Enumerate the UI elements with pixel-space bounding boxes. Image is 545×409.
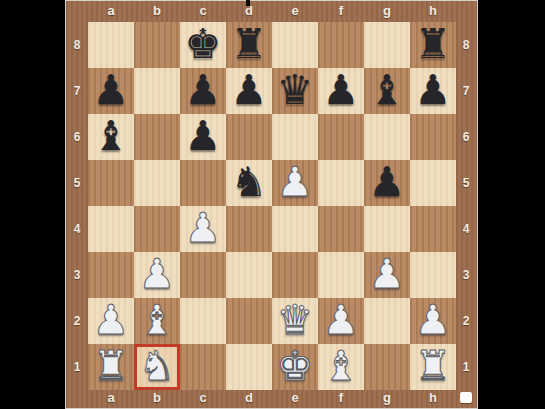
rank-labels-right: 87654321	[455, 22, 477, 390]
rank-label-left-5: 5	[66, 160, 88, 206]
square-d4[interactable]	[226, 206, 272, 252]
rank-label-left-4: 4	[66, 206, 88, 252]
square-d5[interactable]: ♞	[226, 160, 272, 206]
square-g5[interactable]: ♟	[364, 160, 410, 206]
white-pawn[interactable]: ♟	[323, 297, 360, 343]
square-a6[interactable]: ♝	[88, 114, 134, 160]
square-a4[interactable]	[88, 206, 134, 252]
square-f7[interactable]: ♟	[318, 68, 364, 114]
square-h3[interactable]	[410, 252, 456, 298]
square-h5[interactable]	[410, 160, 456, 206]
square-f5[interactable]	[318, 160, 364, 206]
square-a1[interactable]: ♜	[88, 344, 134, 390]
black-pawn[interactable]: ♟	[93, 67, 130, 113]
square-h7[interactable]: ♟	[410, 68, 456, 114]
white-knight[interactable]: ♞	[139, 343, 176, 389]
file-label-top-h: h	[410, 1, 456, 21]
black-bishop[interactable]: ♝	[369, 67, 406, 113]
file-label-bottom-h: h	[410, 388, 456, 408]
rank-label-right-5: 5	[455, 160, 477, 206]
square-f4[interactable]	[318, 206, 364, 252]
square-e4[interactable]	[272, 206, 318, 252]
file-label-bottom-g: g	[364, 388, 410, 408]
black-pawn[interactable]: ♟	[231, 67, 268, 113]
white-pawn[interactable]: ♟	[185, 205, 222, 251]
file-labels-top: abcdefgh	[88, 1, 456, 21]
top-tick-mark	[246, 0, 250, 6]
square-g7[interactable]: ♝	[364, 68, 410, 114]
square-e1[interactable]: ♚	[272, 344, 318, 390]
square-g3[interactable]: ♟	[364, 252, 410, 298]
square-a5[interactable]	[88, 160, 134, 206]
square-g1[interactable]	[364, 344, 410, 390]
black-pawn[interactable]: ♟	[185, 113, 222, 159]
board-marker-icon[interactable]	[460, 392, 472, 403]
white-bishop[interactable]: ♝	[139, 297, 176, 343]
rank-label-left-7: 7	[66, 68, 88, 114]
square-d2[interactable]	[226, 298, 272, 344]
square-d1[interactable]	[226, 344, 272, 390]
square-e7[interactable]: ♛	[272, 68, 318, 114]
square-b2[interactable]: ♝	[134, 298, 180, 344]
white-pawn[interactable]: ♟	[93, 297, 130, 343]
square-b3[interactable]: ♟	[134, 252, 180, 298]
square-c5[interactable]	[180, 160, 226, 206]
square-a8[interactable]	[88, 22, 134, 68]
square-c8[interactable]: ♚	[180, 22, 226, 68]
white-king[interactable]: ♚	[277, 343, 314, 389]
square-c2[interactable]	[180, 298, 226, 344]
white-queen[interactable]: ♛	[277, 297, 314, 343]
black-knight[interactable]: ♞	[231, 159, 268, 205]
rank-label-right-6: 6	[455, 114, 477, 160]
square-f1[interactable]: ♝	[318, 344, 364, 390]
white-pawn[interactable]: ♟	[415, 297, 452, 343]
file-label-top-c: c	[180, 1, 226, 21]
black-pawn[interactable]: ♟	[185, 67, 222, 113]
square-c1[interactable]	[180, 344, 226, 390]
square-b1[interactable]: ♞	[134, 344, 180, 390]
square-g4[interactable]	[364, 206, 410, 252]
square-h6[interactable]	[410, 114, 456, 160]
file-label-bottom-a: a	[88, 388, 134, 408]
square-b5[interactable]	[134, 160, 180, 206]
black-pawn[interactable]: ♟	[415, 67, 452, 113]
file-labels-bottom: abcdefgh	[88, 388, 456, 408]
square-e8[interactable]	[272, 22, 318, 68]
black-queen[interactable]: ♛	[277, 67, 314, 113]
file-label-top-f: f	[318, 1, 364, 21]
square-f8[interactable]	[318, 22, 364, 68]
square-g6[interactable]	[364, 114, 410, 160]
rank-label-left-6: 6	[66, 114, 88, 160]
rank-label-left-8: 8	[66, 22, 88, 68]
black-bishop[interactable]: ♝	[93, 113, 130, 159]
file-label-top-g: g	[364, 1, 410, 21]
rank-label-right-7: 7	[455, 68, 477, 114]
file-label-bottom-e: e	[272, 388, 318, 408]
white-pawn[interactable]: ♟	[139, 251, 176, 297]
black-pawn[interactable]: ♟	[323, 67, 360, 113]
square-c7[interactable]: ♟	[180, 68, 226, 114]
chess-board[interactable]: ♚♜♜♟♟♟♛♟♝♟♝♟♞♟♟♟♟♟♟♝♛♟♟♜♞♚♝♜	[88, 22, 456, 390]
black-king[interactable]: ♚	[185, 21, 222, 67]
rank-label-left-1: 1	[66, 344, 88, 390]
white-bishop[interactable]: ♝	[323, 343, 360, 389]
square-f3[interactable]	[318, 252, 364, 298]
square-g2[interactable]	[364, 298, 410, 344]
white-pawn[interactable]: ♟	[369, 251, 406, 297]
square-e3[interactable]	[272, 252, 318, 298]
file-label-bottom-d: d	[226, 388, 272, 408]
white-rook[interactable]: ♜	[93, 343, 130, 389]
rank-label-left-3: 3	[66, 252, 88, 298]
white-rook[interactable]: ♜	[415, 343, 452, 389]
rank-label-right-8: 8	[455, 22, 477, 68]
square-f2[interactable]: ♟	[318, 298, 364, 344]
black-rook[interactable]: ♜	[231, 21, 268, 67]
square-b8[interactable]	[134, 22, 180, 68]
white-pawn[interactable]: ♟	[277, 159, 314, 205]
square-f6[interactable]	[318, 114, 364, 160]
black-pawn[interactable]: ♟	[369, 159, 406, 205]
rank-label-left-2: 2	[66, 298, 88, 344]
square-g8[interactable]	[364, 22, 410, 68]
square-c4[interactable]: ♟	[180, 206, 226, 252]
square-d8[interactable]: ♜	[226, 22, 272, 68]
black-rook[interactable]: ♜	[415, 21, 452, 67]
rank-label-right-2: 2	[455, 298, 477, 344]
square-h8[interactable]: ♜	[410, 22, 456, 68]
square-a2[interactable]: ♟	[88, 298, 134, 344]
rank-label-right-4: 4	[455, 206, 477, 252]
file-label-bottom-c: c	[180, 388, 226, 408]
square-b7[interactable]	[134, 68, 180, 114]
square-h1[interactable]: ♜	[410, 344, 456, 390]
chess-board-frame: abcdefgh abcdefgh 87654321 87654321 ♚♜♜♟…	[65, 0, 478, 409]
rank-label-right-1: 1	[455, 344, 477, 390]
square-c3[interactable]	[180, 252, 226, 298]
rank-labels-left: 87654321	[66, 22, 88, 390]
app-background: abcdefgh abcdefgh 87654321 87654321 ♚♜♜♟…	[0, 0, 545, 409]
square-d6[interactable]	[226, 114, 272, 160]
file-label-bottom-f: f	[318, 388, 364, 408]
square-h4[interactable]	[410, 206, 456, 252]
file-label-bottom-b: b	[134, 388, 180, 408]
square-e2[interactable]: ♛	[272, 298, 318, 344]
square-d7[interactable]: ♟	[226, 68, 272, 114]
square-a7[interactable]: ♟	[88, 68, 134, 114]
square-b6[interactable]	[134, 114, 180, 160]
square-h2[interactable]: ♟	[410, 298, 456, 344]
rank-label-right-3: 3	[455, 252, 477, 298]
file-label-top-a: a	[88, 1, 134, 21]
file-label-top-e: e	[272, 1, 318, 21]
file-label-top-b: b	[134, 1, 180, 21]
square-c6[interactable]: ♟	[180, 114, 226, 160]
square-e5[interactable]: ♟	[272, 160, 318, 206]
square-a3[interactable]	[88, 252, 134, 298]
square-e6[interactable]	[272, 114, 318, 160]
square-d3[interactable]	[226, 252, 272, 298]
square-b4[interactable]	[134, 206, 180, 252]
